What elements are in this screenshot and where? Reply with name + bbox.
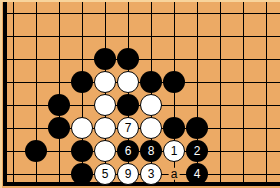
move-number-9: 9 [125, 168, 132, 180]
move-number-6: 6 [125, 145, 132, 157]
go-stone-white: 3 [140, 163, 162, 185]
go-stone-black [163, 71, 185, 93]
go-stone-white: 9 [117, 163, 139, 185]
board-edge-bottom [3, 182, 280, 186]
go-stone-white: 1 [163, 140, 185, 162]
go-stone-white: 5 [94, 163, 116, 185]
go-stone-white [140, 94, 162, 116]
go-stone-black: 4 [186, 163, 208, 185]
grid-line-vertical [220, 2, 221, 185]
go-stone-white: 7 [117, 117, 139, 139]
go-stone-black [71, 163, 93, 185]
grid-line-vertical [13, 2, 14, 185]
go-stone-white [94, 140, 116, 162]
go-stone-black [25, 140, 47, 162]
go-stone-black [48, 94, 70, 116]
diagram-bevel-top [0, 0, 280, 2]
go-stone-white [117, 71, 139, 93]
diagram-bevel-left [0, 0, 2, 188]
go-stone-white [140, 117, 162, 139]
go-stone-black [117, 94, 139, 116]
move-number-7: 7 [125, 122, 132, 134]
go-stone-black: 8 [140, 140, 162, 162]
point-label-a: a [169, 168, 180, 180]
go-stone-black [186, 117, 208, 139]
go-stone-white [94, 117, 116, 139]
move-number-1: 1 [171, 145, 178, 157]
grid-line-horizontal [4, 59, 280, 60]
move-number-8: 8 [148, 145, 155, 157]
go-stone-black [94, 48, 116, 70]
go-board-diagram: 768125934a [0, 0, 280, 188]
go-stone-black: 2 [186, 140, 208, 162]
go-stone-black [71, 71, 93, 93]
go-stone-black [117, 48, 139, 70]
go-stone-black [163, 117, 185, 139]
grid-line-vertical [266, 2, 267, 185]
move-number-3: 3 [148, 168, 155, 180]
move-number-2: 2 [194, 145, 201, 157]
go-stone-white [94, 71, 116, 93]
go-stone-black [48, 117, 70, 139]
go-stone-white [94, 94, 116, 116]
go-stone-black: 6 [117, 140, 139, 162]
move-number-4: 4 [194, 168, 201, 180]
grid-line-horizontal [4, 13, 280, 14]
go-stone-black [140, 71, 162, 93]
grid-line-vertical [243, 2, 244, 185]
grid-line-horizontal [4, 36, 280, 37]
go-stone-white [71, 117, 93, 139]
board-edge-left [3, 2, 7, 186]
go-stone-black [71, 140, 93, 162]
move-number-5: 5 [102, 168, 109, 180]
